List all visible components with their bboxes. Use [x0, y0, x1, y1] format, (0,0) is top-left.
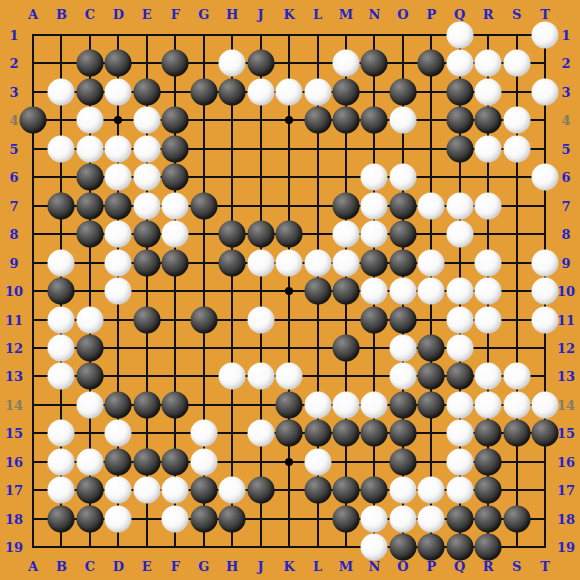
black-stone-R18[interactable]	[475, 505, 502, 532]
row-label-right-4: 4	[561, 113, 570, 128]
white-stone-O13[interactable]	[389, 363, 416, 390]
black-stone-O8[interactable]	[389, 221, 416, 248]
white-stone-N8[interactable]	[361, 221, 388, 248]
column-label-bottom-A: A	[28, 559, 38, 574]
black-stone-H18[interactable]	[219, 505, 246, 532]
white-stone-Q2[interactable]	[446, 50, 473, 77]
row-label-right-2: 2	[561, 56, 570, 71]
white-stone-C5[interactable]	[76, 135, 103, 162]
black-stone-N4[interactable]	[361, 107, 388, 134]
white-stone-D17[interactable]	[105, 477, 132, 504]
black-stone-M18[interactable]	[332, 505, 359, 532]
row-label-left-3: 3	[9, 84, 18, 99]
white-stone-T3[interactable]	[532, 78, 559, 105]
white-stone-J15[interactable]	[247, 420, 274, 447]
black-stone-F5[interactable]	[162, 135, 189, 162]
row-label-right-7: 7	[561, 198, 570, 213]
black-stone-M12[interactable]	[332, 334, 359, 361]
column-label-bottom-C: C	[85, 559, 95, 574]
black-stone-L15[interactable]	[304, 420, 331, 447]
row-label-left-13: 13	[5, 369, 23, 384]
white-stone-M8[interactable]	[332, 221, 359, 248]
white-stone-B3[interactable]	[48, 78, 75, 105]
row-label-right-16: 16	[557, 454, 575, 469]
column-label-bottom-P: P	[426, 559, 436, 574]
black-stone-L4[interactable]	[304, 107, 331, 134]
black-stone-D7[interactable]	[105, 192, 132, 219]
black-stone-Q4[interactable]	[446, 107, 473, 134]
white-stone-P17[interactable]	[418, 477, 445, 504]
white-stone-N19[interactable]	[361, 534, 388, 561]
white-stone-G16[interactable]	[190, 448, 217, 475]
white-stone-Q8[interactable]	[446, 221, 473, 248]
black-stone-G11[interactable]	[190, 306, 217, 333]
black-stone-G18[interactable]	[190, 505, 217, 532]
column-label-top-G: G	[198, 7, 209, 22]
black-stone-F9[interactable]	[162, 249, 189, 276]
black-stone-P2[interactable]	[418, 50, 445, 77]
white-stone-R5[interactable]	[475, 135, 502, 162]
white-stone-R10[interactable]	[475, 278, 502, 305]
white-stone-B13[interactable]	[48, 363, 75, 390]
black-stone-O7[interactable]	[389, 192, 416, 219]
white-stone-C16[interactable]	[76, 448, 103, 475]
white-stone-M9[interactable]	[332, 249, 359, 276]
white-stone-R2[interactable]	[475, 50, 502, 77]
white-stone-P9[interactable]	[418, 249, 445, 276]
star-point-D4	[114, 116, 122, 124]
white-stone-M14[interactable]	[332, 391, 359, 418]
column-label-bottom-D: D	[113, 559, 124, 574]
column-label-bottom-F: F	[171, 559, 180, 574]
column-label-top-O: O	[397, 7, 408, 22]
column-label-top-K: K	[283, 7, 294, 22]
black-stone-D16[interactable]	[105, 448, 132, 475]
row-label-right-1: 1	[561, 28, 570, 43]
white-stone-F7[interactable]	[162, 192, 189, 219]
white-stone-D10[interactable]	[105, 278, 132, 305]
row-label-left-9: 9	[9, 255, 18, 270]
black-stone-R19[interactable]	[475, 534, 502, 561]
white-stone-S4[interactable]	[503, 107, 530, 134]
go-board-screenshot: AABBCCDDEEFFGGHHJJKKLLMMNNOOPPQQRRSSTT11…	[0, 0, 580, 580]
white-stone-O6[interactable]	[389, 164, 416, 191]
white-stone-Q12[interactable]	[446, 334, 473, 361]
white-stone-S5[interactable]	[503, 135, 530, 162]
black-stone-G7[interactable]	[190, 192, 217, 219]
white-stone-T1[interactable]	[532, 22, 559, 49]
black-stone-Q3[interactable]	[446, 78, 473, 105]
black-stone-L17[interactable]	[304, 477, 331, 504]
black-stone-O16[interactable]	[389, 448, 416, 475]
go-board[interactable]	[0, 0, 580, 580]
white-stone-J11[interactable]	[247, 306, 274, 333]
black-stone-C13[interactable]	[76, 363, 103, 390]
black-stone-M10[interactable]	[332, 278, 359, 305]
column-label-bottom-K: K	[283, 559, 294, 574]
row-label-left-15: 15	[5, 426, 23, 441]
column-label-bottom-Q: Q	[454, 559, 465, 574]
column-label-bottom-E: E	[142, 559, 152, 574]
black-stone-C17[interactable]	[76, 477, 103, 504]
white-stone-F17[interactable]	[162, 477, 189, 504]
column-label-top-E: E	[142, 7, 152, 22]
white-stone-R11[interactable]	[475, 306, 502, 333]
black-stone-G3[interactable]	[190, 78, 217, 105]
row-label-left-7: 7	[9, 198, 18, 213]
black-stone-O3[interactable]	[389, 78, 416, 105]
row-label-right-17: 17	[557, 483, 575, 498]
white-stone-O17[interactable]	[389, 477, 416, 504]
black-stone-M7[interactable]	[332, 192, 359, 219]
white-stone-J13[interactable]	[247, 363, 274, 390]
row-label-left-19: 19	[5, 540, 23, 555]
white-stone-P10[interactable]	[418, 278, 445, 305]
column-label-bottom-O: O	[397, 559, 408, 574]
white-stone-S13[interactable]	[503, 363, 530, 390]
black-stone-N15[interactable]	[361, 420, 388, 447]
row-label-left-5: 5	[9, 141, 18, 156]
white-stone-D3[interactable]	[105, 78, 132, 105]
white-stone-D6[interactable]	[105, 164, 132, 191]
row-label-left-1: 1	[9, 28, 18, 43]
row-label-right-3: 3	[561, 84, 570, 99]
black-stone-E11[interactable]	[133, 306, 160, 333]
white-stone-L16[interactable]	[304, 448, 331, 475]
white-stone-S2[interactable]	[503, 50, 530, 77]
white-stone-E17[interactable]	[133, 477, 160, 504]
white-stone-H13[interactable]	[219, 363, 246, 390]
black-stone-P14[interactable]	[418, 391, 445, 418]
column-label-top-B: B	[56, 7, 67, 22]
column-label-top-L: L	[313, 7, 322, 22]
row-label-right-12: 12	[557, 340, 575, 355]
black-stone-Q5[interactable]	[446, 135, 473, 162]
black-stone-C6[interactable]	[76, 164, 103, 191]
black-stone-F14[interactable]	[162, 391, 189, 418]
column-label-top-A: A	[28, 7, 38, 22]
black-stone-C8[interactable]	[76, 221, 103, 248]
black-stone-O11[interactable]	[389, 306, 416, 333]
row-label-left-11: 11	[5, 312, 23, 327]
white-stone-T11[interactable]	[532, 306, 559, 333]
black-stone-T15[interactable]	[532, 420, 559, 447]
column-label-top-M: M	[339, 7, 353, 22]
column-label-top-S: S	[512, 7, 521, 22]
white-stone-B12[interactable]	[48, 334, 75, 361]
row-label-right-5: 5	[561, 141, 570, 156]
star-point-K16	[285, 458, 293, 466]
black-stone-N11[interactable]	[361, 306, 388, 333]
black-stone-J2[interactable]	[247, 50, 274, 77]
column-label-top-N: N	[368, 7, 380, 22]
white-stone-D15[interactable]	[105, 420, 132, 447]
star-point-K10	[285, 287, 293, 295]
white-stone-Q15[interactable]	[446, 420, 473, 447]
black-stone-O9[interactable]	[389, 249, 416, 276]
black-stone-O15[interactable]	[389, 420, 416, 447]
white-stone-K9[interactable]	[276, 249, 303, 276]
column-label-top-H: H	[226, 7, 238, 22]
white-stone-J9[interactable]	[247, 249, 274, 276]
row-label-left-16: 16	[5, 454, 23, 469]
column-label-top-P: P	[426, 7, 436, 22]
white-stone-Q17[interactable]	[446, 477, 473, 504]
black-stone-F6[interactable]	[162, 164, 189, 191]
black-stone-D14[interactable]	[105, 391, 132, 418]
row-label-left-2: 2	[9, 56, 18, 71]
white-stone-Q1[interactable]	[446, 22, 473, 49]
white-stone-T6[interactable]	[532, 164, 559, 191]
black-stone-F2[interactable]	[162, 50, 189, 77]
white-stone-T9[interactable]	[532, 249, 559, 276]
white-stone-G15[interactable]	[190, 420, 217, 447]
black-stone-Q13[interactable]	[446, 363, 473, 390]
white-stone-P18[interactable]	[418, 505, 445, 532]
white-stone-E6[interactable]	[133, 164, 160, 191]
row-label-right-6: 6	[561, 170, 570, 185]
black-stone-S18[interactable]	[503, 505, 530, 532]
black-stone-N9[interactable]	[361, 249, 388, 276]
white-stone-C4[interactable]	[76, 107, 103, 134]
black-stone-H8[interactable]	[219, 221, 246, 248]
white-stone-O18[interactable]	[389, 505, 416, 532]
white-stone-B15[interactable]	[48, 420, 75, 447]
black-stone-R17[interactable]	[475, 477, 502, 504]
black-stone-D2[interactable]	[105, 50, 132, 77]
white-stone-N14[interactable]	[361, 391, 388, 418]
star-point-K4	[285, 116, 293, 124]
white-stone-D8[interactable]	[105, 221, 132, 248]
row-label-right-14: 14	[557, 397, 575, 412]
column-label-bottom-L: L	[313, 559, 322, 574]
black-stone-C18[interactable]	[76, 505, 103, 532]
white-stone-N10[interactable]	[361, 278, 388, 305]
column-label-top-R: R	[483, 7, 494, 22]
white-stone-O10[interactable]	[389, 278, 416, 305]
black-stone-B18[interactable]	[48, 505, 75, 532]
black-stone-S15[interactable]	[503, 420, 530, 447]
black-stone-G17[interactable]	[190, 477, 217, 504]
white-stone-O12[interactable]	[389, 334, 416, 361]
column-label-bottom-T: T	[540, 559, 550, 574]
white-stone-R3[interactable]	[475, 78, 502, 105]
column-label-top-D: D	[113, 7, 124, 22]
column-label-bottom-B: B	[56, 559, 67, 574]
white-stone-B5[interactable]	[48, 135, 75, 162]
black-stone-K15[interactable]	[276, 420, 303, 447]
black-stone-M3[interactable]	[332, 78, 359, 105]
black-stone-M17[interactable]	[332, 477, 359, 504]
white-stone-E4[interactable]	[133, 107, 160, 134]
white-stone-T10[interactable]	[532, 278, 559, 305]
row-label-right-15: 15	[557, 426, 575, 441]
black-stone-N17[interactable]	[361, 477, 388, 504]
black-stone-H3[interactable]	[219, 78, 246, 105]
white-stone-D9[interactable]	[105, 249, 132, 276]
column-label-top-F: F	[171, 7, 180, 22]
white-stone-M2[interactable]	[332, 50, 359, 77]
white-stone-E5[interactable]	[133, 135, 160, 162]
white-stone-N6[interactable]	[361, 164, 388, 191]
white-stone-R13[interactable]	[475, 363, 502, 390]
row-label-left-8: 8	[9, 227, 18, 242]
white-stone-D5[interactable]	[105, 135, 132, 162]
black-stone-F4[interactable]	[162, 107, 189, 134]
column-label-bottom-M: M	[339, 559, 353, 574]
column-label-bottom-R: R	[483, 559, 494, 574]
column-label-bottom-H: H	[226, 559, 238, 574]
black-stone-E3[interactable]	[133, 78, 160, 105]
white-stone-H17[interactable]	[219, 477, 246, 504]
row-label-right-18: 18	[557, 511, 575, 526]
row-label-right-19: 19	[557, 540, 575, 555]
black-stone-K8[interactable]	[276, 221, 303, 248]
white-stone-T14[interactable]	[532, 391, 559, 418]
row-label-left-10: 10	[5, 284, 23, 299]
row-label-left-14: 14	[5, 397, 23, 412]
white-stone-P7[interactable]	[418, 192, 445, 219]
white-stone-J3[interactable]	[247, 78, 274, 105]
row-label-right-13: 13	[557, 369, 575, 384]
black-stone-C2[interactable]	[76, 50, 103, 77]
black-stone-H9[interactable]	[219, 249, 246, 276]
black-stone-M4[interactable]	[332, 107, 359, 134]
black-stone-C12[interactable]	[76, 334, 103, 361]
white-stone-C11[interactable]	[76, 306, 103, 333]
black-stone-Q18[interactable]	[446, 505, 473, 532]
black-stone-P13[interactable]	[418, 363, 445, 390]
black-stone-Q19[interactable]	[446, 534, 473, 561]
black-stone-P12[interactable]	[418, 334, 445, 361]
white-stone-F8[interactable]	[162, 221, 189, 248]
white-stone-L9[interactable]	[304, 249, 331, 276]
column-label-bottom-N: N	[368, 559, 380, 574]
white-stone-R14[interactable]	[475, 391, 502, 418]
white-stone-C14[interactable]	[76, 391, 103, 418]
white-stone-O4[interactable]	[389, 107, 416, 134]
white-stone-L14[interactable]	[304, 391, 331, 418]
row-label-right-9: 9	[561, 255, 570, 270]
row-label-left-6: 6	[9, 170, 18, 185]
row-label-right-10: 10	[557, 284, 575, 299]
black-stone-E8[interactable]	[133, 221, 160, 248]
white-stone-L3[interactable]	[304, 78, 331, 105]
black-stone-L10[interactable]	[304, 278, 331, 305]
column-label-top-T: T	[540, 7, 550, 22]
white-stone-S14[interactable]	[503, 391, 530, 418]
black-stone-B10[interactable]	[48, 278, 75, 305]
white-stone-Q11[interactable]	[446, 306, 473, 333]
white-stone-K13[interactable]	[276, 363, 303, 390]
black-stone-E14[interactable]	[133, 391, 160, 418]
white-stone-N7[interactable]	[361, 192, 388, 219]
black-stone-P19[interactable]	[418, 534, 445, 561]
white-stone-B11[interactable]	[48, 306, 75, 333]
row-label-left-18: 18	[5, 511, 23, 526]
white-stone-B9[interactable]	[48, 249, 75, 276]
black-stone-C3[interactable]	[76, 78, 103, 105]
white-stone-K3[interactable]	[276, 78, 303, 105]
black-stone-J17[interactable]	[247, 477, 274, 504]
row-label-left-17: 17	[5, 483, 23, 498]
column-label-top-Q: Q	[454, 7, 465, 22]
black-stone-E16[interactable]	[133, 448, 160, 475]
white-stone-R7[interactable]	[475, 192, 502, 219]
black-stone-R15[interactable]	[475, 420, 502, 447]
black-stone-J8[interactable]	[247, 221, 274, 248]
row-label-right-8: 8	[561, 227, 570, 242]
black-stone-F16[interactable]	[162, 448, 189, 475]
white-stone-Q16[interactable]	[446, 448, 473, 475]
column-label-bottom-J: J	[258, 559, 264, 574]
white-stone-Q14[interactable]	[446, 391, 473, 418]
column-label-top-C: C	[85, 7, 95, 22]
white-stone-Q7[interactable]	[446, 192, 473, 219]
white-stone-E7[interactable]	[133, 192, 160, 219]
white-stone-R9[interactable]	[475, 249, 502, 276]
black-stone-O19[interactable]	[389, 534, 416, 561]
black-stone-O14[interactable]	[389, 391, 416, 418]
row-label-right-11: 11	[557, 312, 575, 327]
row-label-left-12: 12	[5, 340, 23, 355]
column-label-bottom-S: S	[512, 559, 521, 574]
black-stone-M15[interactable]	[332, 420, 359, 447]
black-stone-N2[interactable]	[361, 50, 388, 77]
white-stone-N18[interactable]	[361, 505, 388, 532]
white-stone-D18[interactable]	[105, 505, 132, 532]
white-stone-B17[interactable]	[48, 477, 75, 504]
black-stone-B7[interactable]	[48, 192, 75, 219]
black-stone-C7[interactable]	[76, 192, 103, 219]
white-stone-H2[interactable]	[219, 50, 246, 77]
black-stone-R4[interactable]	[475, 107, 502, 134]
black-stone-A4[interactable]	[20, 107, 47, 134]
row-label-left-4: 4	[9, 113, 18, 128]
white-stone-B16[interactable]	[48, 448, 75, 475]
column-label-top-J: J	[258, 7, 264, 22]
white-stone-Q10[interactable]	[446, 278, 473, 305]
black-stone-R16[interactable]	[475, 448, 502, 475]
black-stone-E9[interactable]	[133, 249, 160, 276]
black-stone-K14[interactable]	[276, 391, 303, 418]
white-stone-F18[interactable]	[162, 505, 189, 532]
column-label-bottom-G: G	[198, 559, 209, 574]
